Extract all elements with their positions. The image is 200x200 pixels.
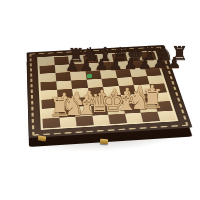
- square-a1: [42, 117, 59, 128]
- square-b1: [59, 116, 77, 127]
- board-grid: [39, 52, 176, 129]
- brass-clasp-icon: [100, 139, 108, 145]
- chess-board: [27, 45, 193, 138]
- square-d1: [92, 114, 110, 125]
- square-h1: [157, 110, 176, 121]
- green-sticker: [87, 74, 93, 79]
- square-c1: [75, 115, 93, 126]
- piece-black-r-h8: ♜: [171, 44, 188, 63]
- chess-set-product-photo: ♜♞♝♛♚♝♞♜♟♟♟♟♟♟♟♟♟♟♟♟♟♟♟♟♜♞♝♛♚♝♞♜: [0, 0, 200, 200]
- brass-clasp-icon: [38, 135, 47, 141]
